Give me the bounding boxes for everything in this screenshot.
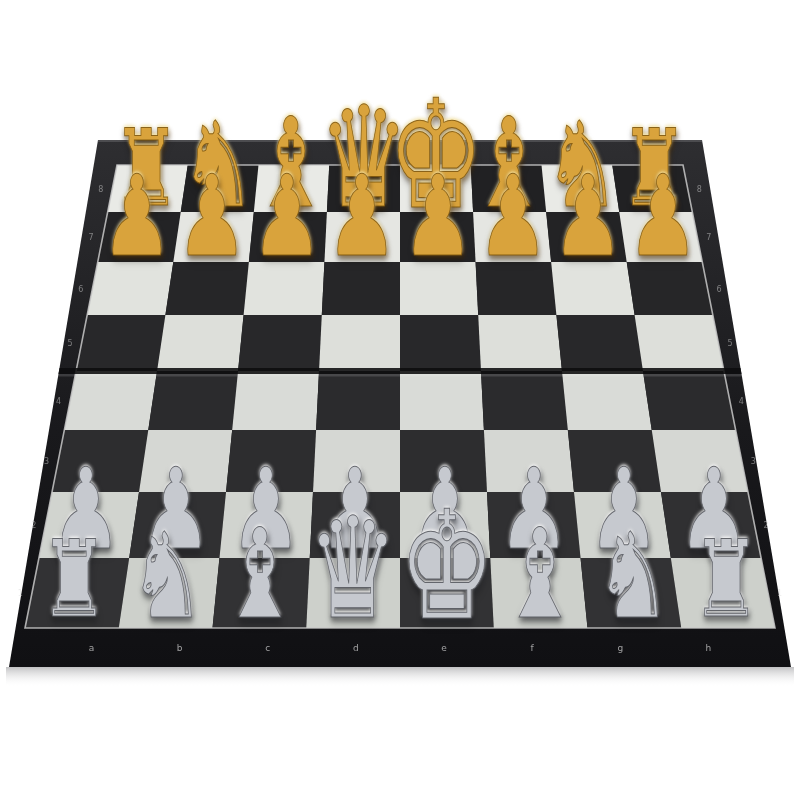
square-b5[interactable] [157,315,244,371]
square-e5[interactable] [400,315,481,371]
piece-silver-rook-h1[interactable]: ♜ [691,527,759,633]
rank-label-right-5: 5 [727,339,732,348]
square-a5[interactable] [76,315,165,371]
square-g4[interactable] [562,371,652,430]
piece-silver-knight-b1[interactable]: ♞ [129,517,205,635]
piece-silver-rook-a1[interactable]: ♜ [40,527,108,633]
file-label-h: h [706,643,712,653]
piece-gold-pawn-g7[interactable]: ♟ [552,160,624,272]
piece-gold-pawn-h7[interactable]: ♟ [627,160,699,272]
rank-label-left-7: 7 [89,233,94,242]
file-label-a: a [89,643,95,653]
piece-silver-bishop-f1[interactable]: ♝ [500,512,580,636]
rank-label-left-5: 5 [67,339,72,348]
square-e4[interactable] [400,371,484,430]
rank-label-right-4: 4 [739,397,744,406]
piece-gold-pawn-a7[interactable]: ♟ [101,160,173,272]
piece-silver-bishop-c1[interactable]: ♝ [220,512,300,636]
fold-seam-highlight [58,374,742,377]
rank-label-right-2: 2 [764,521,769,530]
square-b4[interactable] [148,371,238,430]
rank-label-left-6: 6 [78,285,83,294]
rank-label-left-3: 3 [44,457,49,466]
piece-gold-pawn-b7[interactable]: ♟ [176,160,248,272]
piece-gold-pawn-e7[interactable]: ♟ [401,160,473,272]
rank-label-left-2: 2 [31,521,36,530]
piece-silver-king-e1[interactable]: ♚ [398,491,495,641]
fold-seam [58,368,741,374]
square-h5[interactable] [635,315,724,371]
piece-gold-pawn-f7[interactable]: ♟ [476,160,548,272]
square-f4[interactable] [481,371,568,430]
square-c4[interactable] [232,371,319,430]
piece-silver-queen-d1[interactable]: ♛ [308,499,398,639]
square-h4[interactable] [643,371,736,430]
rank-label-right-6: 6 [717,285,722,294]
rank-label-left-4: 4 [56,397,61,406]
piece-silver-knight-g1[interactable]: ♞ [595,517,671,635]
square-g5[interactable] [556,315,643,371]
piece-gold-pawn-c7[interactable]: ♟ [251,160,323,272]
rank-label-right-7: 7 [706,233,711,242]
square-a4[interactable] [64,371,157,430]
square-d4[interactable] [316,371,400,430]
board-bottom-edge [6,667,794,687]
chess-set-photo: abcdefgh1122334455667788 ♜♞♝♛♚♝♞♜♟♟♟♟♟♟♟… [0,0,800,800]
rank-label-right-1: 1 [777,589,782,598]
piece-gold-pawn-d7[interactable]: ♟ [326,160,398,272]
square-c5[interactable] [238,315,322,371]
square-f5[interactable] [478,315,562,371]
square-d5[interactable] [319,315,400,371]
rank-label-right-3: 3 [751,457,756,466]
rank-label-left-1: 1 [18,589,23,598]
